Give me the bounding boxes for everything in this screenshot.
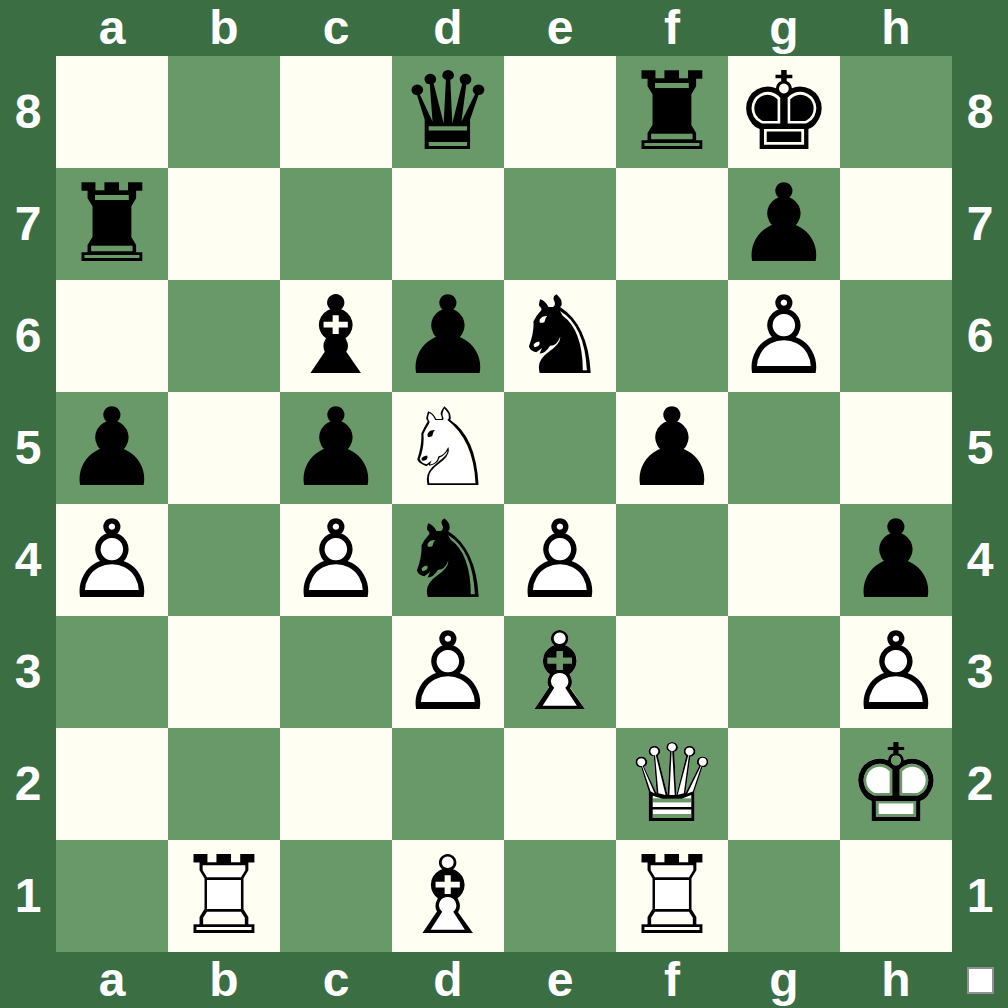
file-label-b-bottom: b <box>168 952 280 1008</box>
square-f5[interactable]: ♟ <box>616 392 728 504</box>
rank-label-2-right: 2 <box>952 728 1008 840</box>
piece-outline: ♗ <box>504 616 616 728</box>
square-b2[interactable] <box>168 728 280 840</box>
square-h8[interactable] <box>840 56 952 168</box>
square-a5[interactable]: ♟ <box>56 392 168 504</box>
file-label-h-top: h <box>840 0 952 56</box>
square-c8[interactable] <box>280 56 392 168</box>
piece-fill: ♛ <box>392 56 504 168</box>
rank-label-1-left: 1 <box>0 840 56 952</box>
piece-outline: ♖ <box>616 840 728 952</box>
square-d8[interactable]: ♛ <box>392 56 504 168</box>
piece-outline: ♙ <box>504 504 616 616</box>
piece-white-pawn-a4[interactable]: ♟♙ <box>56 504 168 616</box>
square-e6[interactable]: ♞ <box>504 280 616 392</box>
square-b5[interactable] <box>168 392 280 504</box>
board-corner-bottom-right <box>952 952 1008 1008</box>
square-e7[interactable] <box>504 168 616 280</box>
square-b4[interactable] <box>168 504 280 616</box>
square-f3[interactable] <box>616 616 728 728</box>
file-label-c-bottom: c <box>280 952 392 1008</box>
file-label-a-top: a <box>56 0 168 56</box>
piece-black-pawn-a5[interactable]: ♟ <box>56 392 168 504</box>
rank-label-1-right: 1 <box>952 840 1008 952</box>
square-c4[interactable]: ♟♙ <box>280 504 392 616</box>
square-h1[interactable] <box>840 840 952 952</box>
piece-white-pawn-g6[interactable]: ♟♙ <box>728 280 840 392</box>
piece-outline: ♙ <box>56 504 168 616</box>
square-h7[interactable] <box>840 168 952 280</box>
piece-white-queen-f2[interactable]: ♛♕ <box>616 728 728 840</box>
file-label-c-top: c <box>280 0 392 56</box>
piece-fill: ♚ <box>728 56 840 168</box>
board-corner-top-right <box>952 0 1008 56</box>
square-c2[interactable] <box>280 728 392 840</box>
square-d1[interactable]: ♝♗ <box>392 840 504 952</box>
square-c6[interactable]: ♝ <box>280 280 392 392</box>
file-label-d-top: d <box>392 0 504 56</box>
piece-black-bishop-c6[interactable]: ♝ <box>280 280 392 392</box>
square-b1[interactable]: ♜♖ <box>168 840 280 952</box>
piece-fill: ♝ <box>280 280 392 392</box>
piece-white-king-h2[interactable]: ♚♔ <box>840 728 952 840</box>
square-e5[interactable] <box>504 392 616 504</box>
square-d3[interactable]: ♟♙ <box>392 616 504 728</box>
piece-fill: ♟ <box>840 504 952 616</box>
file-label-a-bottom: a <box>56 952 168 1008</box>
piece-outline: ♕ <box>616 728 728 840</box>
square-g1[interactable] <box>728 840 840 952</box>
square-a8[interactable] <box>56 56 168 168</box>
rank-label-4-right: 4 <box>952 504 1008 616</box>
piece-black-pawn-d6[interactable]: ♟ <box>392 280 504 392</box>
square-f6[interactable] <box>616 280 728 392</box>
rank-label-5-right: 5 <box>952 392 1008 504</box>
square-h2[interactable]: ♚♔ <box>840 728 952 840</box>
piece-fill: ♞ <box>392 504 504 616</box>
piece-black-rook-a7[interactable]: ♜ <box>56 168 168 280</box>
piece-black-pawn-f5[interactable]: ♟ <box>616 392 728 504</box>
piece-white-pawn-c4[interactable]: ♟♙ <box>280 504 392 616</box>
piece-outline: ♖ <box>168 840 280 952</box>
board-corner-bottom-left <box>0 952 56 1008</box>
piece-black-knight-d4[interactable]: ♞ <box>392 504 504 616</box>
piece-black-king-g8[interactable]: ♚ <box>728 56 840 168</box>
white-to-move-indicator <box>967 967 994 994</box>
piece-fill: ♟ <box>616 392 728 504</box>
rank-label-7-left: 7 <box>0 168 56 280</box>
square-h3[interactable]: ♟♙ <box>840 616 952 728</box>
piece-outline: ♙ <box>840 616 952 728</box>
piece-white-rook-b1[interactable]: ♜♖ <box>168 840 280 952</box>
square-a3[interactable] <box>56 616 168 728</box>
rank-label-3-left: 3 <box>0 616 56 728</box>
file-label-b-top: b <box>168 0 280 56</box>
rank-label-4-left: 4 <box>0 504 56 616</box>
square-a2[interactable] <box>56 728 168 840</box>
piece-outline: ♙ <box>728 280 840 392</box>
piece-fill: ♞ <box>504 280 616 392</box>
square-e4[interactable]: ♟♙ <box>504 504 616 616</box>
file-label-e-top: e <box>504 0 616 56</box>
board-corner-top-left <box>0 0 56 56</box>
square-c5[interactable]: ♟ <box>280 392 392 504</box>
square-f4[interactable] <box>616 504 728 616</box>
piece-white-knight-d5[interactable]: ♞♘ <box>392 392 504 504</box>
rank-label-6-left: 6 <box>0 280 56 392</box>
rank-label-8-left: 8 <box>0 56 56 168</box>
file-label-e-bottom: e <box>504 952 616 1008</box>
square-e3[interactable]: ♝♗ <box>504 616 616 728</box>
piece-black-knight-e6[interactable]: ♞ <box>504 280 616 392</box>
piece-fill: ♟ <box>56 392 168 504</box>
piece-fill: ♜ <box>56 168 168 280</box>
piece-white-bishop-d1[interactable]: ♝♗ <box>392 840 504 952</box>
piece-fill: ♟ <box>728 168 840 280</box>
square-c7[interactable] <box>280 168 392 280</box>
piece-fill: ♜ <box>616 56 728 168</box>
square-b8[interactable] <box>168 56 280 168</box>
piece-fill: ♟ <box>280 392 392 504</box>
piece-white-bishop-e3[interactable]: ♝♗ <box>504 616 616 728</box>
piece-outline: ♔ <box>840 728 952 840</box>
square-b6[interactable] <box>168 280 280 392</box>
square-a1[interactable] <box>56 840 168 952</box>
piece-white-rook-f1[interactable]: ♜♖ <box>616 840 728 952</box>
square-g7[interactable]: ♟ <box>728 168 840 280</box>
file-label-d-bottom: d <box>392 952 504 1008</box>
piece-black-pawn-c5[interactable]: ♟ <box>280 392 392 504</box>
file-label-f-top: f <box>616 0 728 56</box>
square-e2[interactable] <box>504 728 616 840</box>
rank-label-5-left: 5 <box>0 392 56 504</box>
square-h4[interactable]: ♟ <box>840 504 952 616</box>
square-a7[interactable]: ♜ <box>56 168 168 280</box>
file-label-g-bottom: g <box>728 952 840 1008</box>
file-label-g-top: g <box>728 0 840 56</box>
rank-label-3-right: 3 <box>952 616 1008 728</box>
square-g6[interactable]: ♟♙ <box>728 280 840 392</box>
square-f1[interactable]: ♜♖ <box>616 840 728 952</box>
piece-black-pawn-h4[interactable]: ♟ <box>840 504 952 616</box>
square-d7[interactable] <box>392 168 504 280</box>
piece-black-rook-f8[interactable]: ♜ <box>616 56 728 168</box>
square-c3[interactable] <box>280 616 392 728</box>
square-h5[interactable] <box>840 392 952 504</box>
piece-outline: ♗ <box>392 840 504 952</box>
square-g4[interactable] <box>728 504 840 616</box>
square-f2[interactable]: ♛♕ <box>616 728 728 840</box>
square-b3[interactable] <box>168 616 280 728</box>
rank-label-6-right: 6 <box>952 280 1008 392</box>
file-label-f-bottom: f <box>616 952 728 1008</box>
piece-black-queen-d8[interactable]: ♛ <box>392 56 504 168</box>
square-h6[interactable] <box>840 280 952 392</box>
square-g5[interactable] <box>728 392 840 504</box>
square-a4[interactable]: ♟♙ <box>56 504 168 616</box>
piece-fill: ♟ <box>392 280 504 392</box>
square-d5[interactable]: ♞♘ <box>392 392 504 504</box>
square-e1[interactable] <box>504 840 616 952</box>
piece-white-pawn-h3[interactable]: ♟♙ <box>840 616 952 728</box>
piece-outline: ♙ <box>392 616 504 728</box>
rank-label-7-right: 7 <box>952 168 1008 280</box>
square-a6[interactable] <box>56 280 168 392</box>
square-e8[interactable] <box>504 56 616 168</box>
square-c1[interactable] <box>280 840 392 952</box>
piece-black-pawn-g7[interactable]: ♟ <box>728 168 840 280</box>
file-label-h-bottom: h <box>840 952 952 1008</box>
piece-outline: ♙ <box>280 504 392 616</box>
square-f8[interactable]: ♜ <box>616 56 728 168</box>
square-g2[interactable] <box>728 728 840 840</box>
square-d4[interactable]: ♞ <box>392 504 504 616</box>
square-b7[interactable] <box>168 168 280 280</box>
rank-label-8-right: 8 <box>952 56 1008 168</box>
square-g3[interactable] <box>728 616 840 728</box>
square-d6[interactable]: ♟ <box>392 280 504 392</box>
piece-white-pawn-e4[interactable]: ♟♙ <box>504 504 616 616</box>
square-d2[interactable] <box>392 728 504 840</box>
square-f7[interactable] <box>616 168 728 280</box>
chess-board-frame: abcdefgh8♛♜♚87♜♟76♝♟♞♟♙65♟♟♞♘♟54♟♙♟♙♞♟♙♟… <box>0 0 1008 1008</box>
rank-label-2-left: 2 <box>0 728 56 840</box>
piece-outline: ♘ <box>392 392 504 504</box>
piece-white-pawn-d3[interactable]: ♟♙ <box>392 616 504 728</box>
square-g8[interactable]: ♚ <box>728 56 840 168</box>
